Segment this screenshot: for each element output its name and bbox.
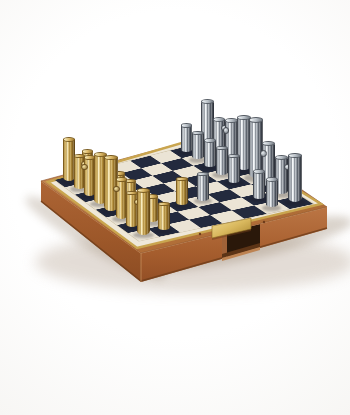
screw-dot (199, 233, 201, 235)
chess-set-product-photo (0, 0, 350, 415)
screw-dot (263, 221, 265, 223)
